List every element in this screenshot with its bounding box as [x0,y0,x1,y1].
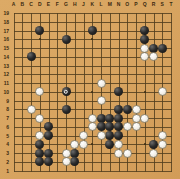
stone-black-G8[interactable] [62,105,71,114]
col-label-L: L [99,2,102,7]
stone-black-M7[interactable] [105,114,114,123]
row-label-12: 12 [0,72,9,77]
stone-black-M6[interactable] [105,122,114,131]
row-label-4: 4 [0,142,9,147]
col-label-N: N [117,2,121,7]
row-label-5: 5 [0,133,9,138]
stone-black-L7[interactable] [97,114,106,123]
row-label-6: 6 [0,124,9,129]
stone-black-K17[interactable] [88,26,97,35]
stone-white-P8[interactable] [132,105,141,114]
col-label-A: A [12,2,16,7]
stone-white-K6[interactable] [88,122,97,131]
stone-white-J5[interactable] [79,131,88,140]
stone-white-R14[interactable] [149,52,158,61]
stone-white-G2[interactable] [62,157,71,166]
row-label-14: 14 [0,54,9,59]
grid-line [14,109,173,110]
stone-white-P6[interactable] [132,122,141,131]
stone-black-N7[interactable] [114,114,123,123]
col-label-R: R [152,2,156,7]
stone-white-N4[interactable] [114,140,123,149]
stone-black-G10[interactable] [62,87,71,96]
go-board[interactable]: ABCDEFGHJKLMNOPQRST191817161514131211109… [0,0,180,179]
col-label-M: M [108,2,112,7]
grid-line [127,13,128,172]
stone-black-D2[interactable] [35,157,44,166]
stone-black-N5[interactable] [114,131,123,140]
stone-black-M5[interactable] [105,131,114,140]
row-label-13: 13 [0,63,9,68]
row-label-11: 11 [0,81,9,86]
grid-line [171,13,172,172]
row-label-8: 8 [0,107,9,112]
row-label-17: 17 [0,28,9,33]
stone-white-H4[interactable] [70,140,79,149]
row-label-10: 10 [0,89,9,94]
col-label-O: O [125,2,129,7]
last-move-marker [64,90,68,94]
col-label-D: D [38,2,42,7]
row-label-1: 1 [0,168,9,173]
stone-white-Q7[interactable] [140,114,149,123]
grid-line [14,171,173,172]
col-label-P: P [134,2,137,7]
stone-white-Q14[interactable] [140,52,149,61]
stone-white-O6[interactable] [123,122,132,131]
stone-black-M4[interactable] [105,140,114,149]
stone-white-L9[interactable] [97,96,106,105]
stone-white-C8[interactable] [27,105,36,114]
stone-white-K7[interactable] [88,114,97,123]
stone-black-R15[interactable] [149,44,158,53]
stone-black-N10[interactable] [114,87,123,96]
row-label-2: 2 [0,159,9,164]
stone-black-D3[interactable] [35,149,44,158]
row-label-9: 9 [0,98,9,103]
stone-black-E3[interactable] [44,149,53,158]
stone-black-H2[interactable] [70,157,79,166]
stone-black-L6[interactable] [97,122,106,131]
stone-white-L11[interactable] [97,79,106,88]
row-label-16: 16 [0,37,9,42]
stone-black-D17[interactable] [35,26,44,35]
stone-black-Q17[interactable] [140,26,149,35]
stone-black-H3[interactable] [70,149,79,158]
grid-line [136,13,137,172]
stone-black-Q16[interactable] [140,35,149,44]
star-point [144,91,146,93]
stone-black-E6[interactable] [44,122,53,131]
grid-line [14,101,173,102]
stone-black-R4[interactable] [149,140,158,149]
stone-white-S10[interactable] [158,87,167,96]
stone-white-Q15[interactable] [140,44,149,53]
col-label-F: F [56,2,59,7]
stone-white-D7[interactable] [35,114,44,123]
row-label-18: 18 [0,19,9,24]
col-label-Q: Q [143,2,147,7]
stone-white-D10[interactable] [35,87,44,96]
stone-white-L5[interactable] [97,131,106,140]
stone-white-G3[interactable] [62,149,71,158]
row-label-3: 3 [0,151,9,156]
col-label-K: K [90,2,94,7]
row-label-19: 19 [0,11,9,16]
col-label-T: T [169,2,172,7]
stone-white-O3[interactable] [123,149,132,158]
row-label-15: 15 [0,46,9,51]
col-label-S: S [161,2,164,7]
stone-black-S15[interactable] [158,44,167,53]
col-label-J: J [82,2,85,7]
stone-black-E5[interactable] [44,131,53,140]
stone-white-J4[interactable] [79,140,88,149]
stone-black-C14[interactable] [27,52,36,61]
col-label-G: G [64,2,68,7]
stone-black-O8[interactable] [123,105,132,114]
stone-white-N3[interactable] [114,149,123,158]
stone-black-N8[interactable] [114,105,123,114]
stone-black-G16[interactable] [62,35,71,44]
stone-black-E2[interactable] [44,157,53,166]
grid-line [101,13,102,172]
stone-white-D5[interactable] [35,131,44,140]
col-label-E: E [47,2,50,7]
stone-black-D4[interactable] [35,140,44,149]
stone-white-S4[interactable] [158,140,167,149]
row-label-7: 7 [0,116,9,121]
col-label-B: B [20,2,24,7]
stone-black-N6[interactable] [114,122,123,131]
stone-white-R3[interactable] [149,149,158,158]
col-label-H: H [73,2,77,7]
col-label-C: C [29,2,33,7]
stone-white-P7[interactable] [132,114,141,123]
stone-white-S5[interactable] [158,131,167,140]
